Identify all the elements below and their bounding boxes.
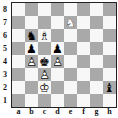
square-b3[interactable] [25, 68, 38, 81]
file-label-h: h [103, 107, 116, 116]
rank-label-3: 3 [0, 68, 10, 81]
rank-labels: 87654321 [0, 3, 10, 107]
square-b7[interactable] [25, 16, 38, 29]
square-h7[interactable] [103, 16, 116, 29]
square-f8[interactable] [77, 3, 90, 16]
file-label-c: c [38, 107, 51, 116]
file-label-b: b [25, 107, 38, 116]
square-a3[interactable] [12, 68, 25, 81]
square-d7[interactable] [51, 16, 64, 29]
king-icon: ♔ [39, 82, 50, 94]
square-e3[interactable] [64, 68, 77, 81]
square-e7[interactable]: ♞♘ [64, 16, 77, 29]
square-c2[interactable]: ♚♔ [38, 81, 51, 94]
piece-white-pawn-b4[interactable]: ♟♙ [26, 56, 37, 68]
rank-label-8: 8 [0, 3, 10, 16]
piece-black-knight-b6[interactable]: ♞ [26, 30, 37, 42]
piece-white-pawn-d4[interactable]: ♟♙ [52, 56, 63, 68]
square-d1[interactable] [51, 94, 64, 107]
piece-white-pawn-c3[interactable]: ♟♙ [39, 69, 50, 81]
knight-icon: ♞ [26, 30, 37, 42]
file-label-a: a [12, 107, 25, 116]
chess-board: ♞♘♞♝♗♟♟♟♙♚♟♙♟♙♚♔♝ [11, 2, 117, 108]
square-a2[interactable] [12, 81, 25, 94]
square-f5[interactable] [77, 42, 90, 55]
square-g8[interactable] [90, 3, 103, 16]
square-b2[interactable] [25, 81, 38, 94]
rank-label-6: 6 [0, 29, 10, 42]
square-h8[interactable] [103, 3, 116, 16]
square-h5[interactable] [103, 42, 116, 55]
square-d5[interactable]: ♟ [51, 42, 64, 55]
square-a8[interactable] [12, 3, 25, 16]
square-e6[interactable] [64, 29, 77, 42]
square-a4[interactable] [12, 55, 25, 68]
square-c7[interactable] [38, 16, 51, 29]
square-g7[interactable] [90, 16, 103, 29]
file-label-e: e [64, 107, 77, 116]
square-f7[interactable] [77, 16, 90, 29]
square-a6[interactable] [12, 29, 25, 42]
square-b8[interactable] [25, 3, 38, 16]
square-g5[interactable] [90, 42, 103, 55]
square-g2[interactable] [90, 81, 103, 94]
square-h4[interactable] [103, 55, 116, 68]
piece-black-king-c4[interactable]: ♚ [39, 56, 50, 68]
square-e2[interactable] [64, 81, 77, 94]
square-g1[interactable] [90, 94, 103, 107]
rank-label-1: 1 [0, 94, 10, 107]
file-label-d: d [51, 107, 64, 116]
rank-label-5: 5 [0, 42, 10, 55]
square-h6[interactable] [103, 29, 116, 42]
piece-white-bishop-c6[interactable]: ♝♗ [39, 30, 50, 42]
square-c3[interactable]: ♟♙ [38, 68, 51, 81]
file-labels: abcdefgh [12, 107, 116, 116]
square-b5[interactable]: ♟ [25, 42, 38, 55]
rank-label-4: 4 [0, 55, 10, 68]
square-d3[interactable] [51, 68, 64, 81]
square-d2[interactable] [51, 81, 64, 94]
piece-black-pawn-d5[interactable]: ♟ [52, 43, 63, 55]
square-a1[interactable] [12, 94, 25, 107]
square-g3[interactable] [90, 68, 103, 81]
square-d4[interactable]: ♟♙ [51, 55, 64, 68]
square-h3[interactable] [103, 68, 116, 81]
square-f4[interactable] [77, 55, 90, 68]
square-c8[interactable] [38, 3, 51, 16]
square-f6[interactable] [77, 29, 90, 42]
square-c5[interactable] [38, 42, 51, 55]
knight-icon: ♘ [65, 17, 76, 29]
square-a7[interactable] [12, 16, 25, 29]
square-b6[interactable]: ♞ [25, 29, 38, 42]
pawn-icon: ♟ [26, 43, 37, 55]
square-d8[interactable] [51, 3, 64, 16]
square-d6[interactable] [51, 29, 64, 42]
square-f2[interactable] [77, 81, 90, 94]
piece-black-pawn-b5[interactable]: ♟ [26, 43, 37, 55]
king-icon: ♚ [39, 56, 50, 68]
square-c4[interactable]: ♚ [38, 55, 51, 68]
square-f1[interactable] [77, 94, 90, 107]
pawn-icon: ♟ [52, 43, 63, 55]
square-h2[interactable]: ♝ [103, 81, 116, 94]
file-label-f: f [77, 107, 90, 116]
square-g6[interactable] [90, 29, 103, 42]
square-b4[interactable]: ♟♙ [25, 55, 38, 68]
square-a5[interactable] [12, 42, 25, 55]
square-e1[interactable] [64, 94, 77, 107]
square-c1[interactable] [38, 94, 51, 107]
square-e8[interactable] [64, 3, 77, 16]
pawn-icon: ♙ [26, 56, 37, 68]
pawn-icon: ♙ [52, 56, 63, 68]
square-e5[interactable] [64, 42, 77, 55]
square-b1[interactable] [25, 94, 38, 107]
square-h1[interactable] [103, 94, 116, 107]
piece-white-knight-e7[interactable]: ♞♘ [65, 17, 76, 29]
bishop-icon: ♝ [104, 82, 115, 94]
square-e4[interactable] [64, 55, 77, 68]
piece-black-bishop-h2[interactable]: ♝ [104, 82, 115, 94]
rank-label-7: 7 [0, 16, 10, 29]
square-f3[interactable] [77, 68, 90, 81]
square-g4[interactable] [90, 55, 103, 68]
file-label-g: g [90, 107, 103, 116]
chess-diagram: 87654321 ♞♘♞♝♗♟♟♟♙♚♟♙♟♙♚♔♝ abcdefgh [0, 0, 118, 118]
bishop-icon: ♗ [39, 30, 50, 42]
square-c6[interactable]: ♝♗ [38, 29, 51, 42]
rank-label-2: 2 [0, 81, 10, 94]
pawn-icon: ♙ [39, 69, 50, 81]
piece-white-king-c2[interactable]: ♚♔ [39, 82, 50, 94]
